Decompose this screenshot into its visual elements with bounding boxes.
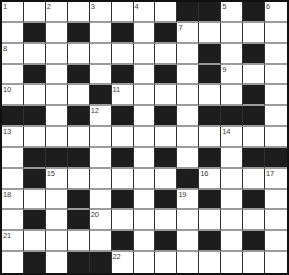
clue-number-2: 2 xyxy=(47,2,51,11)
cell-r5c10-blocked xyxy=(221,106,243,127)
clue-number-8: 8 xyxy=(3,44,7,53)
cell-r3c9-blocked xyxy=(199,65,221,86)
cell-r2c6[interactable] xyxy=(134,44,156,65)
cell-r1c8[interactable]: 7 xyxy=(177,23,199,44)
cell-r2c7[interactable] xyxy=(155,44,177,65)
cell-r5c0-blocked xyxy=(2,106,24,127)
clue-number-7: 7 xyxy=(178,23,182,32)
cell-r4c6[interactable] xyxy=(134,85,156,106)
cell-r10c9[interactable] xyxy=(199,210,221,231)
cell-r10c12[interactable] xyxy=(265,210,287,231)
cell-r0c7[interactable] xyxy=(155,2,177,23)
cell-r11c9-blocked xyxy=(199,231,221,252)
cell-r0c5[interactable] xyxy=(112,2,134,23)
cell-r1c1-blocked xyxy=(24,23,46,44)
cell-r2c3[interactable] xyxy=(68,44,90,65)
cell-r9c9-blocked xyxy=(199,190,221,211)
cell-r12c8[interactable] xyxy=(177,252,199,273)
cell-r6c5[interactable] xyxy=(112,127,134,148)
cell-r0c3[interactable] xyxy=(68,2,90,23)
cell-r4c10[interactable] xyxy=(221,85,243,106)
cell-r11c0[interactable]: 21 xyxy=(2,231,24,252)
cell-r4c1[interactable] xyxy=(24,85,46,106)
cell-r12c10[interactable] xyxy=(221,252,243,273)
cell-r6c8[interactable] xyxy=(177,127,199,148)
cell-r7c5-blocked xyxy=(112,148,134,169)
cell-r10c5[interactable] xyxy=(112,210,134,231)
cell-r0c8-blocked xyxy=(177,2,199,23)
cell-r5c7-blocked xyxy=(155,106,177,127)
cell-r9c7-blocked xyxy=(155,190,177,211)
cell-r3c10[interactable]: 9 xyxy=(221,65,243,86)
cell-r11c5-blocked xyxy=(112,231,134,252)
cell-r6c2[interactable] xyxy=(46,127,68,148)
cell-r7c10[interactable] xyxy=(221,148,243,169)
cell-r4c0[interactable]: 10 xyxy=(2,85,24,106)
cell-r4c9[interactable] xyxy=(199,85,221,106)
cell-r7c8[interactable] xyxy=(177,148,199,169)
cell-r8c10[interactable] xyxy=(221,169,243,190)
cell-r3c8[interactable] xyxy=(177,65,199,86)
cell-r6c10[interactable]: 14 xyxy=(221,127,243,148)
cell-r4c2[interactable] xyxy=(46,85,68,106)
cell-r1c10[interactable] xyxy=(221,23,243,44)
cell-r6c1[interactable] xyxy=(24,127,46,148)
cell-r6c6[interactable] xyxy=(134,127,156,148)
cell-r10c3-blocked xyxy=(68,210,90,231)
cell-r5c9-blocked xyxy=(199,106,221,127)
cell-r1c2[interactable] xyxy=(46,23,68,44)
cell-r12c0[interactable] xyxy=(2,252,24,273)
cell-r8c12[interactable]: 17 xyxy=(265,169,287,190)
cell-r2c0[interactable]: 8 xyxy=(2,44,24,65)
cell-r1c12[interactable] xyxy=(265,23,287,44)
cell-r1c9[interactable] xyxy=(199,23,221,44)
cell-r9c1[interactable] xyxy=(24,190,46,211)
cell-r8c2[interactable]: 15 xyxy=(46,169,68,190)
clue-number-13: 13 xyxy=(3,127,11,136)
cell-r4c12[interactable] xyxy=(265,85,287,106)
cell-r3c11[interactable] xyxy=(243,65,265,86)
cell-r6c9[interactable] xyxy=(199,127,221,148)
cell-r3c3-blocked xyxy=(68,65,90,86)
cell-r9c11-blocked xyxy=(243,190,265,211)
cell-r3c4[interactable] xyxy=(90,65,112,86)
clue-number-22: 22 xyxy=(113,252,121,261)
cell-r1c0[interactable] xyxy=(2,23,24,44)
cell-r9c3-blocked xyxy=(68,190,90,211)
cell-r12c12[interactable] xyxy=(265,252,287,273)
clue-number-5: 5 xyxy=(222,2,226,11)
cell-r8c6[interactable] xyxy=(134,169,156,190)
cell-r12c2[interactable] xyxy=(46,252,68,273)
cell-r4c3[interactable] xyxy=(68,85,90,106)
cell-r9c0[interactable]: 18 xyxy=(2,190,24,211)
clue-number-10: 10 xyxy=(3,85,11,94)
cell-r0c4[interactable]: 3 xyxy=(90,2,112,23)
cell-r5c11-blocked xyxy=(243,106,265,127)
cell-r10c0[interactable] xyxy=(2,210,24,231)
cell-r2c4[interactable] xyxy=(90,44,112,65)
cell-r2c12[interactable] xyxy=(265,44,287,65)
cell-r6c0[interactable]: 13 xyxy=(2,127,24,148)
cell-r0c12[interactable]: 6 xyxy=(265,2,287,23)
clue-number-9: 9 xyxy=(222,65,226,74)
cell-r1c6[interactable] xyxy=(134,23,156,44)
cell-r11c3[interactable] xyxy=(68,231,90,252)
cell-r3c1-blocked xyxy=(24,65,46,86)
clue-number-19: 19 xyxy=(178,190,186,199)
clue-number-14: 14 xyxy=(222,127,230,136)
cell-r3c5-blocked xyxy=(112,65,134,86)
cell-r11c4[interactable] xyxy=(90,231,112,252)
cell-r7c7-blocked xyxy=(155,148,177,169)
cell-r0c2[interactable]: 2 xyxy=(46,2,68,23)
cell-r3c12[interactable] xyxy=(265,65,287,86)
cell-r12c11[interactable] xyxy=(243,252,265,273)
cell-r3c6[interactable] xyxy=(134,65,156,86)
clue-number-18: 18 xyxy=(3,190,11,199)
cell-r7c4[interactable] xyxy=(90,148,112,169)
cell-r10c7[interactable] xyxy=(155,210,177,231)
clue-number-4: 4 xyxy=(135,2,139,11)
cell-r3c0[interactable] xyxy=(2,65,24,86)
cell-r12c5[interactable]: 22 xyxy=(112,252,134,273)
cell-r6c11[interactable] xyxy=(243,127,265,148)
clue-number-21: 21 xyxy=(3,231,11,240)
cell-r5c3-blocked xyxy=(68,106,90,127)
cell-r9c10[interactable] xyxy=(221,190,243,211)
cell-r1c7-blocked xyxy=(155,23,177,44)
cell-r9c5-blocked xyxy=(112,190,134,211)
cell-r5c8[interactable] xyxy=(177,106,199,127)
crossword-puzzle: 12345678910111213141516171819202122 xyxy=(0,0,289,275)
cell-r0c6[interactable]: 4 xyxy=(134,2,156,23)
cell-r8c4[interactable] xyxy=(90,169,112,190)
cell-r12c1-blocked xyxy=(24,252,46,273)
cell-r2c10[interactable] xyxy=(221,44,243,65)
cell-r2c8[interactable] xyxy=(177,44,199,65)
crossword-board: 12345678910111213141516171819202122 xyxy=(0,0,289,275)
cell-r11c10[interactable] xyxy=(221,231,243,252)
cell-r4c4-blocked xyxy=(90,85,112,106)
clue-number-20: 20 xyxy=(91,210,99,219)
cell-r12c3-blocked xyxy=(68,252,90,273)
cell-r10c2[interactable] xyxy=(46,210,68,231)
clue-number-11: 11 xyxy=(113,85,120,94)
cell-r2c1[interactable] xyxy=(24,44,46,65)
cell-r10c8[interactable] xyxy=(177,210,199,231)
cell-r11c12[interactable] xyxy=(265,231,287,252)
cell-r4c5[interactable]: 11 xyxy=(112,85,134,106)
clue-number-12: 12 xyxy=(91,106,99,115)
cell-r1c4[interactable] xyxy=(90,23,112,44)
cell-r7c3-blocked xyxy=(68,148,90,169)
cell-r4c8[interactable] xyxy=(177,85,199,106)
cell-r6c3[interactable] xyxy=(68,127,90,148)
cell-r9c8[interactable]: 19 xyxy=(177,190,199,211)
cell-r1c5-blocked xyxy=(112,23,134,44)
cell-r10c4[interactable]: 20 xyxy=(90,210,112,231)
cell-r8c0[interactable] xyxy=(2,169,24,190)
cell-r12c6[interactable] xyxy=(134,252,156,273)
clue-number-3: 3 xyxy=(91,2,95,11)
cell-r3c2[interactable] xyxy=(46,65,68,86)
cell-r0c0[interactable]: 1 xyxy=(2,2,24,23)
cell-r11c8[interactable] xyxy=(177,231,199,252)
cell-r7c9-blocked xyxy=(199,148,221,169)
cell-r1c11[interactable] xyxy=(243,23,265,44)
cell-r11c11-blocked xyxy=(243,231,265,252)
cell-r11c1[interactable] xyxy=(24,231,46,252)
cell-r2c11-blocked xyxy=(243,44,265,65)
cell-r8c7[interactable] xyxy=(155,169,177,190)
cell-r7c6[interactable] xyxy=(134,148,156,169)
cell-r4c7[interactable] xyxy=(155,85,177,106)
cell-r12c9[interactable] xyxy=(199,252,221,273)
cell-r5c12[interactable] xyxy=(265,106,287,127)
cell-r7c0[interactable] xyxy=(2,148,24,169)
cell-r2c5[interactable] xyxy=(112,44,134,65)
cell-r5c6[interactable] xyxy=(134,106,156,127)
clue-number-1: 1 xyxy=(3,2,7,11)
cell-r6c12[interactable] xyxy=(265,127,287,148)
cell-r2c9-blocked xyxy=(199,44,221,65)
clue-number-15: 15 xyxy=(47,169,55,178)
cell-r6c7[interactable] xyxy=(155,127,177,148)
cell-r0c9-blocked xyxy=(199,2,221,23)
cell-r0c10[interactable]: 5 xyxy=(221,2,243,23)
cell-r2c2[interactable] xyxy=(46,44,68,65)
cell-r10c1-blocked xyxy=(24,210,46,231)
cell-r7c1-blocked xyxy=(24,148,46,169)
cell-r11c7-blocked xyxy=(155,231,177,252)
cell-r0c1[interactable] xyxy=(24,2,46,23)
cell-r8c5[interactable] xyxy=(112,169,134,190)
cell-r11c2[interactable] xyxy=(46,231,68,252)
clue-number-17: 17 xyxy=(266,169,274,178)
cell-r12c4-blocked xyxy=(90,252,112,273)
cell-r7c12-blocked xyxy=(265,148,287,169)
cell-r9c2[interactable] xyxy=(46,190,68,211)
cell-r7c2-blocked xyxy=(46,148,68,169)
cell-r5c4[interactable]: 12 xyxy=(90,106,112,127)
cell-r12c7[interactable] xyxy=(155,252,177,273)
cell-r8c9[interactable]: 16 xyxy=(199,169,221,190)
cell-r6c4[interactable] xyxy=(90,127,112,148)
cell-r8c11[interactable] xyxy=(243,169,265,190)
cell-r9c4[interactable] xyxy=(90,190,112,211)
cell-r5c2[interactable] xyxy=(46,106,68,127)
cell-r7c11-blocked xyxy=(243,148,265,169)
cell-r5c5-blocked xyxy=(112,106,134,127)
cell-r1c3-blocked xyxy=(68,23,90,44)
clue-number-6: 6 xyxy=(266,2,270,11)
cell-r8c8-blocked xyxy=(177,169,199,190)
cell-r4c11-blocked xyxy=(243,85,265,106)
cell-r11c6[interactable] xyxy=(134,231,156,252)
cell-r10c6[interactable] xyxy=(134,210,156,231)
cell-r5c1-blocked xyxy=(24,106,46,127)
cell-r8c1-blocked xyxy=(24,169,46,190)
cell-r9c12[interactable] xyxy=(265,190,287,211)
cell-r8c3[interactable] xyxy=(68,169,90,190)
cell-r9c6[interactable] xyxy=(134,190,156,211)
cell-r3c7-blocked xyxy=(155,65,177,86)
cell-r0c11-blocked xyxy=(243,2,265,23)
clue-number-16: 16 xyxy=(200,169,208,178)
cell-r10c11[interactable] xyxy=(243,210,265,231)
cell-r10c10[interactable] xyxy=(221,210,243,231)
